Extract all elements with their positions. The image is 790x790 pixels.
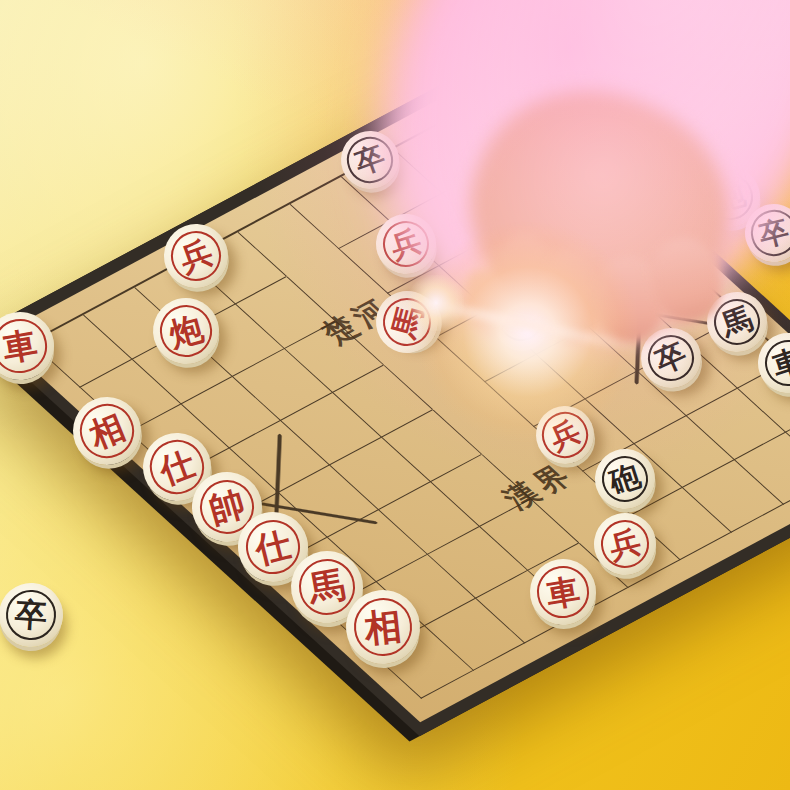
piece-車-red[interactable]: 車 <box>0 307 59 386</box>
piece-character: 車 <box>0 326 39 365</box>
piece-砲-black[interactable]: 砲 <box>587 441 663 517</box>
piece-卒-black[interactable]: 卒 <box>0 581 65 649</box>
piece-character: 卒 <box>14 598 48 632</box>
piece-兵-red[interactable]: 兵 <box>527 397 604 474</box>
piece-炮-red[interactable]: 炮 <box>146 291 227 372</box>
piece-相-red[interactable]: 相 <box>63 387 152 476</box>
piece-馬-red[interactable]: 馬 <box>369 284 445 360</box>
piece-character: 車 <box>544 573 582 611</box>
piece-character: 相 <box>363 607 404 648</box>
piece-兵-red[interactable]: 兵 <box>587 506 662 581</box>
piece-車-red[interactable]: 車 <box>525 554 601 630</box>
piece-兵-red[interactable]: 兵 <box>155 215 237 297</box>
xiangqi-photo-scene: 楚河 漢界 卒兵兵炮車馬相仕帥仕馬相兵砲兵車砲卒馬車卒卒卒 <box>0 0 790 790</box>
piece-character: 馬 <box>306 566 348 608</box>
